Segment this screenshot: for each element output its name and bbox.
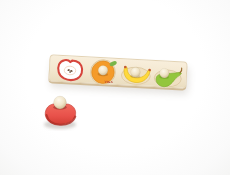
pear-piece-graphic xyxy=(151,61,186,89)
brand-label: VIGA xyxy=(104,80,113,84)
apple-cross-section xyxy=(57,59,82,80)
orange-knob xyxy=(97,65,107,75)
puzzle-board: VIGA xyxy=(48,54,187,88)
scene: VIGA xyxy=(0,0,230,175)
slot-4-pear xyxy=(151,61,185,90)
pear-knob xyxy=(159,68,169,78)
apple-recess-graphic xyxy=(54,56,85,84)
banana-knob xyxy=(130,67,140,77)
apple-piece-graphic xyxy=(40,93,82,131)
banana-piece-graphic xyxy=(118,60,153,88)
apple-piece-loose xyxy=(40,93,82,131)
apple-knob xyxy=(54,96,67,109)
slot-3-banana xyxy=(118,59,152,88)
slot-1-apple-recess xyxy=(52,56,86,85)
orange-piece-graphic xyxy=(86,57,119,87)
pear-stem xyxy=(179,68,181,73)
slot-2-orange xyxy=(85,57,119,86)
